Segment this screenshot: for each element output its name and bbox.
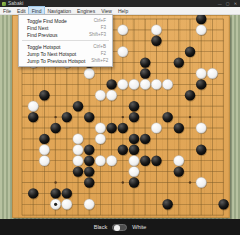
white-stone[interactable] <box>196 25 206 35</box>
black-stone[interactable] <box>129 177 139 187</box>
white-stone[interactable] <box>196 68 206 78</box>
black-stone[interactable] <box>151 156 161 166</box>
black-stone[interactable] <box>118 123 128 133</box>
white-stone[interactable] <box>118 79 128 89</box>
menu-help[interactable]: Help <box>115 7 131 15</box>
star-point <box>54 181 56 183</box>
black-stone[interactable] <box>140 68 150 78</box>
menu-item-label: Jump To Previous Hotspot <box>27 58 85 64</box>
maximize-button[interactable]: ▢ <box>226 0 230 7</box>
white-turn-label: White <box>132 224 146 230</box>
white-stone[interactable] <box>95 90 105 100</box>
black-stone[interactable] <box>129 101 139 111</box>
black-stone[interactable] <box>106 79 116 89</box>
black-stone[interactable] <box>84 177 94 187</box>
menu-item-toggle-find-mode[interactable]: Toggle Find ModeCtrl+F <box>19 17 112 24</box>
menu-item-shortcut: F2 <box>101 51 106 56</box>
sabaki-window: Sabaki — ▢ ✕ FileEditFindNavigationEngin… <box>0 0 240 235</box>
turn-toggle[interactable] <box>112 224 127 231</box>
find-dropdown-menu: Toggle Find ModeCtrl+FFind NextF3Find Pr… <box>18 14 113 67</box>
white-stone[interactable] <box>151 79 161 89</box>
menu-item-find-previous[interactable]: Find PreviousShift+F3 <box>19 31 112 38</box>
black-stone[interactable] <box>62 188 72 198</box>
menu-item-shortcut: Ctrl+B <box>93 44 106 49</box>
white-stone[interactable] <box>62 199 72 209</box>
white-stone[interactable] <box>84 199 94 209</box>
black-stone[interactable] <box>185 47 195 57</box>
minimize-button[interactable]: — <box>218 0 222 7</box>
black-stone[interactable] <box>84 156 94 166</box>
black-stone[interactable] <box>28 112 38 122</box>
black-stone[interactable] <box>174 166 184 176</box>
black-stone[interactable] <box>39 134 49 144</box>
star-point <box>189 116 191 118</box>
white-stone[interactable] <box>106 156 116 166</box>
black-stone[interactable] <box>62 112 72 122</box>
black-stone[interactable] <box>73 101 83 111</box>
black-stone[interactable] <box>185 90 195 100</box>
white-stone[interactable] <box>129 166 139 176</box>
menu-item-shortcut: F3 <box>101 25 106 30</box>
black-stone[interactable] <box>196 79 206 89</box>
black-stone[interactable] <box>174 123 184 133</box>
white-stone[interactable] <box>118 25 128 35</box>
white-stone[interactable] <box>73 145 83 155</box>
white-stone[interactable] <box>196 123 206 133</box>
menu-file[interactable]: File <box>0 7 14 15</box>
menu-item-label: Find Previous <box>27 32 58 38</box>
white-stone[interactable] <box>129 79 139 89</box>
black-stone[interactable] <box>162 199 172 209</box>
toggle-knob <box>114 225 120 231</box>
bottom-bar: Black White <box>0 219 240 235</box>
black-stone[interactable] <box>39 90 49 100</box>
white-stone[interactable] <box>140 79 150 89</box>
menu-separator <box>22 40 109 41</box>
menu-item-label: Jump To Next Hotspot <box>27 51 76 57</box>
black-stone[interactable] <box>118 145 128 155</box>
star-point <box>122 116 124 118</box>
black-stone[interactable] <box>151 36 161 46</box>
menu-item-label: Find Next <box>27 25 48 31</box>
black-stone[interactable] <box>196 145 206 155</box>
white-stone[interactable] <box>151 123 161 133</box>
black-stone[interactable] <box>50 188 60 198</box>
white-stone[interactable] <box>129 156 139 166</box>
menu-item-label: Toggle Find Mode <box>27 18 67 24</box>
black-stone[interactable] <box>140 134 150 144</box>
menu-item-find-next[interactable]: Find NextF3 <box>19 24 112 31</box>
black-stone[interactable] <box>174 57 184 67</box>
black-stone[interactable] <box>129 145 139 155</box>
white-stone[interactable] <box>84 68 94 78</box>
white-stone[interactable] <box>95 156 105 166</box>
black-stone[interactable] <box>84 112 94 122</box>
white-stone[interactable] <box>95 123 105 133</box>
white-stone[interactable] <box>174 156 184 166</box>
black-stone[interactable] <box>84 145 94 155</box>
black-turn-label: Black <box>94 224 107 230</box>
white-stone[interactable] <box>73 134 83 144</box>
white-stone[interactable] <box>151 25 161 35</box>
menu-item-jump-to-next-hotspot[interactable]: Jump To Next HotspotF2 <box>19 50 112 57</box>
black-stone[interactable] <box>162 112 172 122</box>
black-stone[interactable] <box>73 166 83 176</box>
black-stone[interactable] <box>129 112 139 122</box>
close-button[interactable]: ✕ <box>234 0 237 7</box>
white-stone[interactable] <box>39 156 49 166</box>
black-stone[interactable] <box>140 156 150 166</box>
app-icon <box>2 2 6 6</box>
window-controls: — ▢ ✕ <box>218 0 240 7</box>
black-stone[interactable] <box>84 166 94 176</box>
black-stone[interactable] <box>140 57 150 67</box>
white-stone[interactable] <box>95 134 105 144</box>
star-point <box>54 116 56 118</box>
black-stone[interactable] <box>129 134 139 144</box>
menu-item-toggle-hotspot[interactable]: Toggle HotspotCtrl+B <box>19 43 112 50</box>
black-stone[interactable] <box>50 123 60 133</box>
black-stone[interactable] <box>28 188 38 198</box>
white-stone[interactable] <box>39 145 49 155</box>
star-point <box>122 181 124 183</box>
white-stone[interactable] <box>118 47 128 57</box>
menu-item-shortcut: Shift+F3 <box>89 32 106 37</box>
white-stone[interactable] <box>73 156 83 166</box>
menu-item-shortcut: Ctrl+F <box>94 18 106 23</box>
white-stone[interactable] <box>196 177 206 187</box>
white-stone[interactable] <box>162 79 172 89</box>
white-stone[interactable] <box>106 90 116 100</box>
menu-item-jump-to-previous-hotspot[interactable]: Jump To Previous HotspotShift+F2 <box>19 57 112 64</box>
white-stone[interactable] <box>207 68 217 78</box>
menu-item-shortcut: Shift+F2 <box>91 58 108 63</box>
white-stone[interactable] <box>28 101 38 111</box>
star-point <box>189 181 191 183</box>
black-stone[interactable] <box>106 123 116 133</box>
menu-item-label: Toggle Hotspot <box>27 44 60 50</box>
black-stone[interactable] <box>218 199 228 209</box>
last-move-marker <box>54 203 57 206</box>
